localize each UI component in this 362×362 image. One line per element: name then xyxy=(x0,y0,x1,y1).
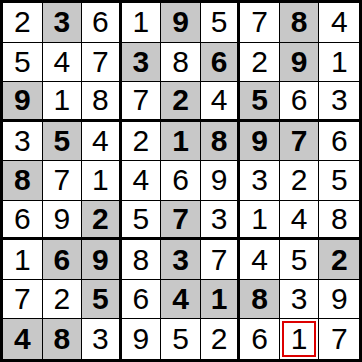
sudoku-cell-r2c9[interactable]: 1 xyxy=(319,43,359,83)
sudoku-cell-r5c7[interactable]: 3 xyxy=(240,161,280,201)
sudoku-cell-r8c7[interactable]: 8 xyxy=(240,280,280,320)
sudoku-cell-r7c8[interactable]: 5 xyxy=(280,240,320,280)
sudoku-cell-r4c2[interactable]: 5 xyxy=(43,122,83,162)
sudoku-cell-r5c8[interactable]: 2 xyxy=(280,161,320,201)
sudoku-cell-r7c5[interactable]: 3 xyxy=(161,240,201,280)
sudoku-cell-r4c1[interactable]: 3 xyxy=(3,122,43,162)
sudoku-cell-r9c1[interactable]: 4 xyxy=(3,319,43,359)
sudoku-cell-r3c5[interactable]: 2 xyxy=(161,82,201,122)
sudoku-cell-r4c4[interactable]: 2 xyxy=(122,122,162,162)
sudoku-cell-r2c6[interactable]: 6 xyxy=(201,43,241,83)
sudoku-cell-r6c2[interactable]: 9 xyxy=(43,201,83,241)
sudoku-cell-r7c2[interactable]: 6 xyxy=(43,240,83,280)
sudoku-cell-r5c5[interactable]: 6 xyxy=(161,161,201,201)
sudoku-cell-r5c4[interactable]: 4 xyxy=(122,161,162,201)
sudoku-cell-r8c4[interactable]: 6 xyxy=(122,280,162,320)
sudoku-cell-r1c3[interactable]: 6 xyxy=(82,3,122,43)
sudoku-cell-r1c2[interactable]: 3 xyxy=(43,3,83,43)
sudoku-cell-r1c7[interactable]: 7 xyxy=(240,3,280,43)
sudoku-cell-r3c6[interactable]: 4 xyxy=(201,82,241,122)
sudoku-cell-r8c6[interactable]: 1 xyxy=(201,280,241,320)
sudoku-cell-r2c2[interactable]: 4 xyxy=(43,43,83,83)
sudoku-cell-r4c6[interactable]: 8 xyxy=(201,122,241,162)
sudoku-cell-r3c7[interactable]: 5 xyxy=(240,82,280,122)
sudoku-cell-r1c1[interactable]: 2 xyxy=(3,3,43,43)
sudoku-cell-r2c1[interactable]: 5 xyxy=(3,43,43,83)
sudoku-cell-r8c5[interactable]: 4 xyxy=(161,280,201,320)
sudoku-cell-r6c5[interactable]: 7 xyxy=(161,201,201,241)
sudoku-cell-r6c6[interactable]: 3 xyxy=(201,201,241,241)
sudoku-cell-r1c9[interactable]: 4 xyxy=(319,3,359,43)
sudoku-cell-r3c4[interactable]: 7 xyxy=(122,82,162,122)
sudoku-cell-r4c7[interactable]: 9 xyxy=(240,122,280,162)
sudoku-cell-r8c8[interactable]: 3 xyxy=(280,280,320,320)
sudoku-cell-r5c2[interactable]: 7 xyxy=(43,161,83,201)
sudoku-cell-r9c6[interactable]: 2 xyxy=(201,319,241,359)
sudoku-cell-r7c6[interactable]: 7 xyxy=(201,240,241,280)
sudoku-cell-r7c3[interactable]: 9 xyxy=(82,240,122,280)
sudoku-cell-r2c7[interactable]: 2 xyxy=(240,43,280,83)
sudoku-cell-r9c5[interactable]: 5 xyxy=(161,319,201,359)
sudoku-cell-r7c1[interactable]: 1 xyxy=(3,240,43,280)
sudoku-cell-r3c9[interactable]: 3 xyxy=(319,82,359,122)
sudoku-cell-r6c8[interactable]: 4 xyxy=(280,201,320,241)
sudoku-cell-r8c3[interactable]: 5 xyxy=(82,280,122,320)
sudoku-cell-r4c3[interactable]: 4 xyxy=(82,122,122,162)
sudoku-cell-r5c9[interactable]: 5 xyxy=(319,161,359,201)
sudoku-cell-r9c7[interactable]: 6 xyxy=(240,319,280,359)
sudoku-cell-r9c8[interactable]: 1 xyxy=(280,319,320,359)
sudoku-cell-r6c1[interactable]: 6 xyxy=(3,201,43,241)
sudoku-board: 2361957845473862919187245633542189768714… xyxy=(0,0,362,362)
sudoku-cell-r9c2[interactable]: 8 xyxy=(43,319,83,359)
sudoku-cell-r9c4[interactable]: 9 xyxy=(122,319,162,359)
sudoku-cell-r4c5[interactable]: 1 xyxy=(161,122,201,162)
sudoku-cell-r1c6[interactable]: 5 xyxy=(201,3,241,43)
sudoku-cell-r9c9[interactable]: 7 xyxy=(319,319,359,359)
sudoku-cell-r8c9[interactable]: 9 xyxy=(319,280,359,320)
sudoku-cell-r1c4[interactable]: 1 xyxy=(122,3,162,43)
sudoku-cell-r9c3[interactable]: 3 xyxy=(82,319,122,359)
sudoku-cell-r7c7[interactable]: 4 xyxy=(240,240,280,280)
sudoku-cell-r5c1[interactable]: 8 xyxy=(3,161,43,201)
sudoku-cell-r7c9[interactable]: 2 xyxy=(319,240,359,280)
sudoku-cell-r7c4[interactable]: 8 xyxy=(122,240,162,280)
sudoku-cell-r4c9[interactable]: 6 xyxy=(319,122,359,162)
sudoku-cell-r4c8[interactable]: 7 xyxy=(280,122,320,162)
sudoku-cell-r2c3[interactable]: 7 xyxy=(82,43,122,83)
sudoku-cell-r8c2[interactable]: 2 xyxy=(43,280,83,320)
sudoku-cell-r6c4[interactable]: 5 xyxy=(122,201,162,241)
sudoku-cell-r6c3[interactable]: 2 xyxy=(82,201,122,241)
sudoku-cell-r6c9[interactable]: 8 xyxy=(319,201,359,241)
sudoku-cell-r3c1[interactable]: 9 xyxy=(3,82,43,122)
sudoku-cell-r8c1[interactable]: 7 xyxy=(3,280,43,320)
sudoku-cell-r3c8[interactable]: 6 xyxy=(280,82,320,122)
sudoku-cell-r5c6[interactable]: 9 xyxy=(201,161,241,201)
sudoku-cell-r2c4[interactable]: 3 xyxy=(122,43,162,83)
sudoku-cell-r3c3[interactable]: 8 xyxy=(82,82,122,122)
sudoku-cell-r2c8[interactable]: 9 xyxy=(280,43,320,83)
sudoku-cell-r1c5[interactable]: 9 xyxy=(161,3,201,43)
sudoku-cell-r6c7[interactable]: 1 xyxy=(240,201,280,241)
sudoku-cell-r2c5[interactable]: 8 xyxy=(161,43,201,83)
sudoku-cell-r5c3[interactable]: 1 xyxy=(82,161,122,201)
sudoku-cell-r1c8[interactable]: 8 xyxy=(280,3,320,43)
sudoku-cell-r3c2[interactable]: 1 xyxy=(43,82,83,122)
